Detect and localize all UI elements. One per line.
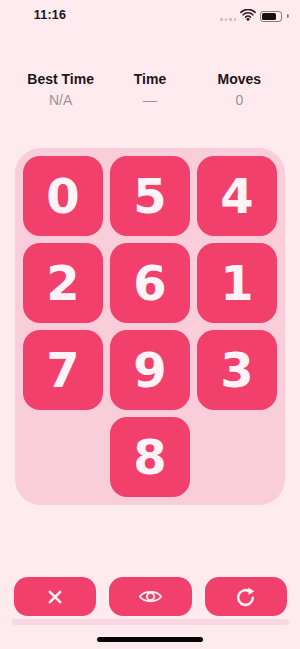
tile-9[interactable]: 9 xyxy=(110,330,190,410)
home-indicator[interactable] xyxy=(97,637,203,642)
time-label: Time xyxy=(105,71,194,88)
bottom-inset-bar xyxy=(12,619,289,625)
time-value: — xyxy=(105,92,194,109)
battery-icon xyxy=(260,11,282,22)
battery-tip xyxy=(287,14,289,18)
x-icon xyxy=(47,589,63,605)
wifi-icon xyxy=(240,7,256,25)
puzzle-board: 0 5 4 2 6 1 7 9 3 8 xyxy=(15,148,285,505)
moves-label: Moves xyxy=(195,71,284,88)
peek-button[interactable] xyxy=(109,577,191,616)
moves-value: 0 xyxy=(195,92,284,109)
tile-4[interactable]: 4 xyxy=(197,156,277,236)
empty-cell xyxy=(23,417,103,497)
close-button[interactable] xyxy=(14,577,96,616)
status-icons xyxy=(220,9,289,23)
tile-5[interactable]: 5 xyxy=(110,156,190,236)
stats-row: Best Time N/A Time — Moves 0 xyxy=(16,71,284,109)
stat-moves: Moves 0 xyxy=(195,71,284,109)
cellular-signal-icon xyxy=(220,12,236,21)
tile-3[interactable]: 3 xyxy=(197,330,277,410)
restart-button[interactable] xyxy=(205,577,287,616)
tile-2[interactable]: 2 xyxy=(23,243,103,323)
status-bar: 11:16 xyxy=(0,0,300,44)
refresh-icon xyxy=(235,586,256,607)
empty-cell xyxy=(197,417,277,497)
best-time-value: N/A xyxy=(16,92,105,109)
tile-8[interactable]: 8 xyxy=(110,417,190,497)
stat-time: Time — xyxy=(105,71,194,109)
tile-7[interactable]: 7 xyxy=(23,330,103,410)
best-time-label: Best Time xyxy=(16,71,105,88)
tile-6[interactable]: 6 xyxy=(110,243,190,323)
eye-icon xyxy=(138,588,163,605)
control-bar xyxy=(14,577,287,616)
status-time: 11:16 xyxy=(28,8,72,22)
tile-1[interactable]: 1 xyxy=(197,243,277,323)
stat-best-time: Best Time N/A xyxy=(16,71,105,109)
tile-0[interactable]: 0 xyxy=(23,156,103,236)
